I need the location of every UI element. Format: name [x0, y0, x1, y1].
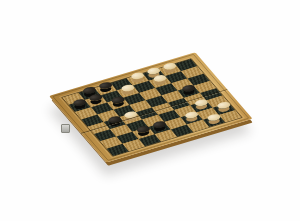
board-grid	[61, 58, 242, 156]
checkers-board	[49, 52, 253, 162]
product-photo-scene	[0, 0, 300, 221]
hinge-metal	[61, 124, 70, 133]
